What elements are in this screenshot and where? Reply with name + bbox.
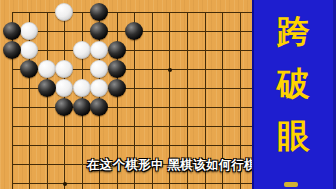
black-stone: [90, 98, 108, 116]
banner-partial-glyph: [284, 182, 298, 187]
white-stone: [20, 22, 38, 40]
black-stone: [108, 41, 126, 59]
black-stone: [73, 98, 91, 116]
star-point: [63, 182, 67, 186]
black-stone: [108, 60, 126, 78]
black-stone: [3, 22, 21, 40]
subtitle-caption: 在这个棋形中 黑棋该如何行棋: [87, 157, 257, 174]
white-stone: [73, 41, 91, 59]
black-stone: [3, 41, 21, 59]
grid-line-horizontal: [12, 183, 253, 184]
white-stone: [20, 41, 38, 59]
grid-line-horizontal: [12, 145, 253, 146]
black-stone: [38, 79, 56, 97]
grid-line-horizontal: [12, 126, 253, 127]
white-stone: [55, 60, 73, 78]
black-stone: [108, 79, 126, 97]
black-stone: [125, 22, 143, 40]
grid-line-horizontal: [12, 50, 253, 51]
banner-char-3: 眼: [254, 119, 333, 152]
white-stone: [90, 79, 108, 97]
white-stone: [38, 60, 56, 78]
star-point: [168, 68, 172, 72]
black-stone: [55, 98, 73, 116]
white-stone: [55, 79, 73, 97]
banner-char-2: 破: [254, 67, 333, 100]
white-stone: [90, 41, 108, 59]
banner-char-1: 跨: [254, 15, 333, 48]
grid-line-vertical: [47, 12, 48, 189]
grid-line-horizontal: [12, 12, 253, 13]
white-stone: [73, 79, 91, 97]
black-stone: [90, 22, 108, 40]
video-frame: 在这个棋形中 黑棋该如何行棋 跨 破 眼: [0, 0, 336, 189]
white-stone: [90, 60, 108, 78]
black-stone: [20, 60, 38, 78]
grid-line-horizontal: [12, 107, 253, 108]
white-stone: [55, 3, 73, 21]
black-stone: [90, 3, 108, 21]
title-banner: 跨 破 眼: [252, 0, 336, 189]
